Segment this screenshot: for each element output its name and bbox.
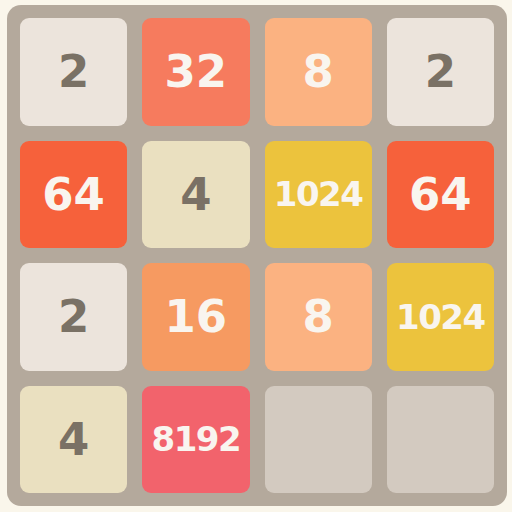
tile-32: 32 — [142, 18, 249, 126]
2048-board[interactable]: 232826441024642168102448192 — [7, 5, 507, 506]
tile-1024: 1024 — [387, 263, 494, 371]
tile-2: 2 — [20, 18, 127, 126]
tile-2: 2 — [387, 18, 494, 126]
tile-2: 2 — [20, 263, 127, 371]
tile-8192: 8192 — [142, 386, 249, 494]
tile-8: 8 — [265, 263, 372, 371]
empty-cell — [387, 386, 494, 494]
empty-cell — [265, 386, 372, 494]
tile-64: 64 — [20, 141, 127, 249]
page: { "game": "2048", "position": { "rows": … — [0, 0, 512, 512]
tile-1024: 1024 — [265, 141, 372, 249]
tile-4: 4 — [20, 386, 127, 494]
tile-16: 16 — [142, 263, 249, 371]
tile-4: 4 — [142, 141, 249, 249]
tile-64: 64 — [387, 141, 494, 249]
tile-8: 8 — [265, 18, 372, 126]
